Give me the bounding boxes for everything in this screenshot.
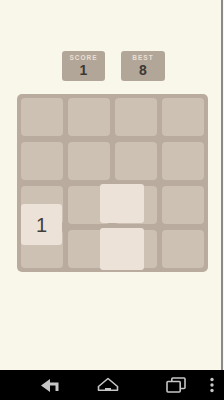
tile-blank [100, 184, 144, 223]
score-value: 1 [80, 62, 88, 78]
screen-edge-line [221, 0, 223, 370]
tile-layer: 1 [17, 94, 208, 272]
game-board[interactable]: 1 [17, 94, 208, 272]
tile-blank [100, 228, 144, 270]
best-value: 8 [139, 62, 147, 78]
phone-screen: SCORE 1 BEST 8 1 [0, 0, 224, 400]
best-box: BEST 8 [121, 51, 165, 81]
score-label: SCORE [69, 54, 97, 62]
best-label: BEST [132, 54, 153, 62]
score-box: SCORE 1 [62, 51, 105, 81]
overflow-menu-icon[interactable] [209, 377, 215, 393]
recents-icon[interactable] [166, 377, 186, 393]
back-icon[interactable] [39, 377, 60, 393]
tile-1: 1 [21, 204, 62, 245]
home-icon[interactable] [97, 377, 119, 392]
